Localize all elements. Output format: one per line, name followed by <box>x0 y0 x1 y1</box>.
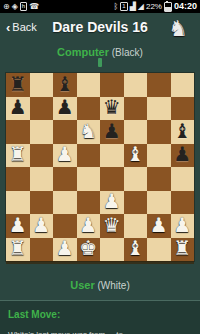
bluetooth-icon: ᛒ <box>113 0 118 13</box>
square-a8[interactable]: ♜ <box>6 73 30 97</box>
square-b8[interactable] <box>30 73 54 97</box>
square-c2[interactable] <box>53 214 77 238</box>
square-a6[interactable] <box>6 120 30 144</box>
square-b3[interactable] <box>30 191 54 215</box>
square-a4[interactable] <box>6 167 30 191</box>
square-a3[interactable] <box>6 191 30 215</box>
square-a7[interactable]: ♟ <box>6 97 30 121</box>
square-g5[interactable] <box>147 144 171 168</box>
square-d6[interactable]: ♞ <box>77 120 101 144</box>
knight-logo-icon: ♞ <box>168 16 188 42</box>
square-a5[interactable]: ♜ <box>6 144 30 168</box>
square-b5[interactable] <box>30 144 54 168</box>
square-h6[interactable]: ♝ <box>171 120 195 144</box>
square-c1[interactable]: ♟ <box>53 238 77 262</box>
piece-white-pawn: ♟ <box>173 215 191 235</box>
square-d2[interactable]: ♟ <box>77 214 101 238</box>
square-c3[interactable] <box>53 191 77 215</box>
square-e1[interactable] <box>100 238 124 262</box>
square-f3[interactable] <box>124 191 148 215</box>
square-d4[interactable] <box>77 167 101 191</box>
square-f4[interactable] <box>124 167 148 191</box>
piece-black-pawn: ♟ <box>56 97 74 117</box>
piece-white-pawn: ♟ <box>9 215 27 235</box>
last-move-heading: Last Move: <box>8 309 60 320</box>
square-f8[interactable] <box>124 73 148 97</box>
clock: 04:20 <box>174 0 197 13</box>
player-bottom-color: (White) <box>95 280 130 291</box>
chess-board: ♜♝♟♟♛♞♟♝♜♟♝♟♟♟♟♟♛♟♟♜♟♚♝♜ <box>6 73 194 261</box>
square-e4[interactable] <box>100 167 124 191</box>
square-f6[interactable] <box>124 120 148 144</box>
player-bottom-name: User <box>70 279 94 291</box>
piece-white-rook: ♜ <box>173 238 191 258</box>
sim-icon: 1 <box>120 2 127 11</box>
square-g4[interactable] <box>147 167 171 191</box>
square-e5[interactable] <box>100 144 124 168</box>
square-g1[interactable] <box>147 238 171 262</box>
square-g8[interactable] <box>147 73 171 97</box>
piece-white-pawn: ♟ <box>56 144 74 164</box>
square-d8[interactable] <box>77 73 101 97</box>
signal-bars-icon: ▟ <box>130 0 136 13</box>
piece-black-bishop: ♝ <box>56 74 74 94</box>
turn-indicator <box>98 58 102 67</box>
piece-white-pawn: ♟ <box>150 215 168 235</box>
square-f2[interactable] <box>124 214 148 238</box>
square-c6[interactable] <box>53 120 77 144</box>
square-c5[interactable]: ♟ <box>53 144 77 168</box>
square-h8[interactable] <box>171 73 195 97</box>
plus-icon: ⊕ <box>3 0 10 13</box>
phone-icon: ☎ <box>29 0 39 13</box>
square-e7[interactable]: ♛ <box>100 97 124 121</box>
square-h5[interactable]: ♟ <box>171 144 195 168</box>
hi-app-icon: h <box>20 2 27 11</box>
piece-white-king: ♚ <box>79 238 97 258</box>
square-d7[interactable] <box>77 97 101 121</box>
square-b6[interactable] <box>30 120 54 144</box>
piece-white-knight: ♞ <box>79 121 97 141</box>
square-b1[interactable] <box>30 238 54 262</box>
piece-black-bishop: ♝ <box>173 121 191 141</box>
square-e3[interactable]: ♟ <box>100 191 124 215</box>
square-h4[interactable] <box>171 167 195 191</box>
player-top-color: (Black) <box>109 47 143 58</box>
piece-white-rook: ♜ <box>9 238 27 258</box>
square-c4[interactable] <box>53 167 77 191</box>
square-g2[interactable]: ♟ <box>147 214 171 238</box>
piece-white-pawn: ♟ <box>56 238 74 258</box>
battery-percent: 22% <box>146 0 162 13</box>
square-a2[interactable]: ♟ <box>6 214 30 238</box>
signal-triangle-icon: ◢ <box>138 0 144 13</box>
square-f5[interactable]: ♝ <box>124 144 148 168</box>
piece-white-queen: ♛ <box>103 215 121 235</box>
square-b7[interactable] <box>30 97 54 121</box>
piece-white-pawn: ♟ <box>103 191 121 211</box>
square-c8[interactable]: ♝ <box>53 73 77 97</box>
piece-black-pawn: ♟ <box>103 121 121 141</box>
piece-white-pawn: ♟ <box>79 215 97 235</box>
square-f7[interactable] <box>124 97 148 121</box>
piece-black-queen: ♛ <box>103 97 121 117</box>
player-bottom: User (White) <box>0 279 200 291</box>
last-move-text: White's last move was from ... to ... <box>8 330 132 334</box>
square-e6[interactable]: ♟ <box>100 120 124 144</box>
square-h7[interactable] <box>171 97 195 121</box>
piece-white-rook: ♜ <box>9 144 27 164</box>
battery-icon <box>164 2 172 12</box>
piece-black-pawn: ♟ <box>9 97 27 117</box>
title-bar: ‹ Back Dare Devils 16 ♞ <box>0 13 200 46</box>
square-h3[interactable] <box>171 191 195 215</box>
piece-black-pawn: ♟ <box>173 144 191 164</box>
status-bar: ⊕ ◈ h ☎ ᛒ 1 ▟ ◢ 22% 04:20 <box>0 0 200 13</box>
square-e8[interactable] <box>100 73 124 97</box>
square-g6[interactable] <box>147 120 171 144</box>
square-d5[interactable] <box>77 144 101 168</box>
square-h1[interactable]: ♜ <box>171 238 195 262</box>
square-c7[interactable]: ♟ <box>53 97 77 121</box>
piece-white-pawn: ♟ <box>32 215 50 235</box>
player-top: Computer (Black) <box>0 46 200 58</box>
square-b2[interactable]: ♟ <box>30 214 54 238</box>
square-b4[interactable] <box>30 167 54 191</box>
shield-icon: ◈ <box>12 0 18 13</box>
square-g3[interactable] <box>147 191 171 215</box>
last-move-panel: Last Move: White's last move was from ..… <box>0 301 200 334</box>
square-d1[interactable]: ♚ <box>77 238 101 262</box>
square-h2[interactable]: ♟ <box>171 214 195 238</box>
piece-white-bishop: ♝ <box>126 238 144 258</box>
square-e2[interactable]: ♛ <box>100 214 124 238</box>
player-top-name: Computer <box>57 46 109 58</box>
square-a1[interactable]: ♜ <box>6 238 30 262</box>
square-f1[interactable]: ♝ <box>124 238 148 262</box>
piece-white-bishop: ♝ <box>126 144 144 164</box>
square-d3[interactable] <box>77 191 101 215</box>
square-g7[interactable] <box>147 97 171 121</box>
piece-black-rook: ♜ <box>9 74 27 94</box>
